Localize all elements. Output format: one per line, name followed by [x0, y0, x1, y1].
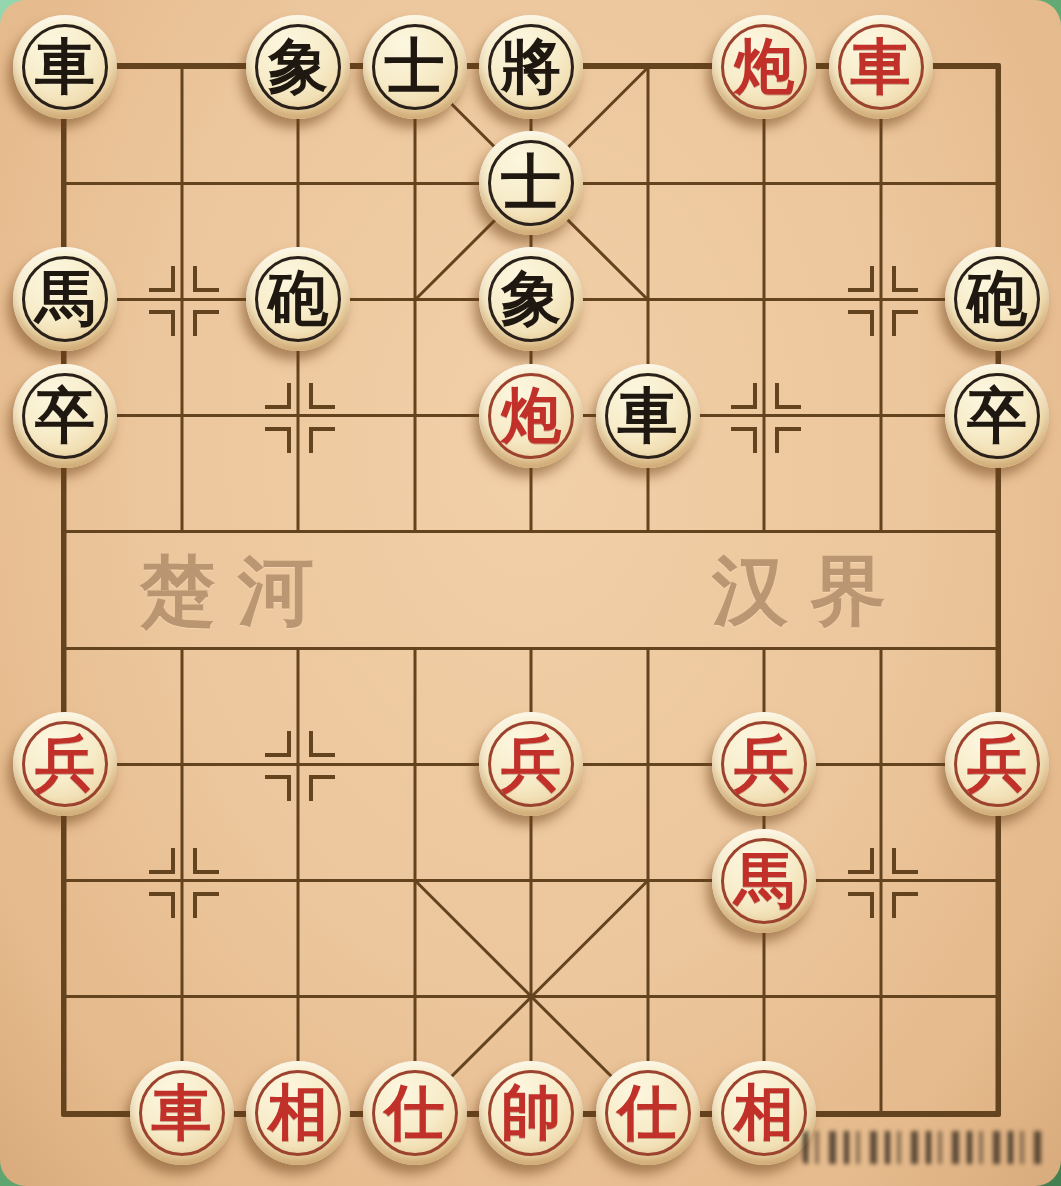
piece-glyph: 車: [152, 1082, 212, 1142]
piece-glyph: 士: [385, 36, 445, 96]
piece-black-advisor[interactable]: 士: [363, 15, 467, 119]
piece-glyph: 炮: [501, 385, 561, 445]
piece-black-soldier[interactable]: 卒: [945, 364, 1049, 468]
piece-black-soldier[interactable]: 卒: [13, 364, 117, 468]
piece-black-elephant[interactable]: 象: [479, 247, 583, 351]
piece-red-advisor[interactable]: 仕: [363, 1061, 467, 1165]
piece-glyph: 象: [501, 268, 561, 328]
piece-glyph: 炮: [734, 36, 794, 96]
xiangqi-board[interactable]: 楚河 汉界 車象士將炮車士馬砲象砲卒炮車卒兵兵兵兵馬車相仕帥仕相: [0, 0, 1061, 1186]
piece-glyph: 相: [734, 1082, 794, 1142]
piece-glyph: 兵: [734, 733, 794, 793]
piece-red-soldier[interactable]: 兵: [712, 712, 816, 816]
river-label-han-jie: 汉界: [712, 546, 908, 636]
piece-black-elephant[interactable]: 象: [246, 15, 350, 119]
piece-glyph: 車: [851, 36, 911, 96]
piece-black-cannon[interactable]: 砲: [246, 247, 350, 351]
piece-black-chariot[interactable]: 車: [596, 364, 700, 468]
piece-red-cannon[interactable]: 炮: [712, 15, 816, 119]
piece-red-cannon[interactable]: 炮: [479, 364, 583, 468]
piece-red-horse[interactable]: 馬: [712, 829, 816, 933]
piece-glyph: 兵: [967, 733, 1027, 793]
piece-black-cannon[interactable]: 砲: [945, 247, 1049, 351]
piece-glyph: 馬: [734, 850, 794, 910]
piece-red-chariot[interactable]: 車: [829, 15, 933, 119]
piece-red-soldier[interactable]: 兵: [945, 712, 1049, 816]
piece-glyph: 帥: [501, 1082, 561, 1142]
piece-glyph: 相: [268, 1082, 328, 1142]
piece-black-advisor[interactable]: 士: [479, 131, 583, 235]
piece-red-general[interactable]: 帥: [479, 1061, 583, 1165]
piece-glyph: 車: [35, 36, 95, 96]
piece-glyph: 卒: [967, 385, 1027, 445]
piece-red-advisor[interactable]: 仕: [596, 1061, 700, 1165]
piece-red-soldier[interactable]: 兵: [479, 712, 583, 816]
piece-glyph: 象: [268, 36, 328, 96]
piece-black-general[interactable]: 將: [479, 15, 583, 119]
watermark: [803, 1131, 1047, 1164]
piece-glyph: 卒: [35, 385, 95, 445]
piece-red-soldier[interactable]: 兵: [13, 712, 117, 816]
piece-glyph: 砲: [967, 268, 1027, 328]
piece-black-chariot[interactable]: 車: [13, 15, 117, 119]
piece-glyph: 兵: [35, 733, 95, 793]
xiangqi-app: 楚河 汉界 車象士將炮車士馬砲象砲卒炮車卒兵兵兵兵馬車相仕帥仕相: [0, 0, 1061, 1186]
river-label-chu-he: 楚河: [140, 546, 336, 636]
piece-red-elephant[interactable]: 相: [712, 1061, 816, 1165]
piece-red-chariot[interactable]: 車: [130, 1061, 234, 1165]
piece-glyph: 士: [501, 152, 561, 212]
piece-glyph: 仕: [385, 1082, 445, 1142]
piece-glyph: 馬: [35, 268, 95, 328]
piece-glyph: 仕: [618, 1082, 678, 1142]
piece-black-horse[interactable]: 馬: [13, 247, 117, 351]
piece-glyph: 砲: [268, 268, 328, 328]
piece-glyph: 車: [618, 385, 678, 445]
piece-red-elephant[interactable]: 相: [246, 1061, 350, 1165]
piece-glyph: 兵: [501, 733, 561, 793]
piece-glyph: 將: [501, 36, 561, 96]
